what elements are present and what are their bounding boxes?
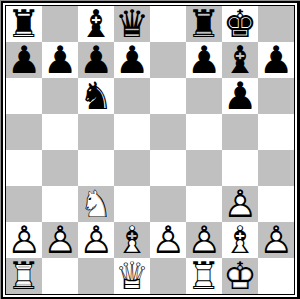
piece-white-pawn[interactable]: ♙	[186, 222, 222, 258]
square-a4[interactable]	[6, 150, 42, 186]
square-a8[interactable]: ♜	[6, 6, 42, 42]
square-f4[interactable]	[186, 150, 222, 186]
piece-black-queen[interactable]: ♛	[114, 6, 150, 42]
piece-white-bishop[interactable]: ♗	[222, 222, 258, 258]
square-h5[interactable]	[258, 114, 294, 150]
piece-white-pawn[interactable]: ♙	[78, 222, 114, 258]
square-e4[interactable]	[150, 150, 186, 186]
square-d5[interactable]	[114, 114, 150, 150]
square-e3[interactable]	[150, 186, 186, 222]
chess-board: ♜♝♛♜♚♟♟♟♟♟♝♟♞♟♞♘♟♙♟♙♟♙♟♙♝♗♟♙♟♙♝♗♟♙♜♖♛♕♜♖…	[6, 6, 294, 294]
piece-black-bishop[interactable]: ♝	[222, 42, 258, 78]
square-g7[interactable]: ♝	[222, 42, 258, 78]
square-c2[interactable]: ♟♙	[78, 222, 114, 258]
square-f2[interactable]: ♟♙	[186, 222, 222, 258]
piece-black-pawn[interactable]: ♟	[258, 42, 294, 78]
square-a1[interactable]: ♜♖	[6, 258, 42, 294]
piece-white-pawn[interactable]: ♙	[258, 222, 294, 258]
square-h1[interactable]	[258, 258, 294, 294]
piece-black-bishop[interactable]: ♝	[78, 6, 114, 42]
piece-white-pawn[interactable]: ♙	[150, 222, 186, 258]
square-f5[interactable]	[186, 114, 222, 150]
square-h3[interactable]	[258, 186, 294, 222]
board-inner-border: ♜♝♛♜♚♟♟♟♟♟♝♟♞♟♞♘♟♙♟♙♟♙♟♙♝♗♟♙♟♙♝♗♟♙♜♖♛♕♜♖…	[5, 5, 295, 295]
square-a2[interactable]: ♟♙	[6, 222, 42, 258]
square-b4[interactable]	[42, 150, 78, 186]
square-h4[interactable]	[258, 150, 294, 186]
square-g5[interactable]	[222, 114, 258, 150]
square-h2[interactable]: ♟♙	[258, 222, 294, 258]
square-e8[interactable]	[150, 6, 186, 42]
square-a6[interactable]	[6, 78, 42, 114]
square-c5[interactable]	[78, 114, 114, 150]
square-d1[interactable]: ♛♕	[114, 258, 150, 294]
piece-white-rook[interactable]: ♖	[6, 258, 42, 294]
piece-black-rook[interactable]: ♜	[186, 6, 222, 42]
board-frame: ♜♝♛♜♚♟♟♟♟♟♝♟♞♟♞♘♟♙♟♙♟♙♟♙♝♗♟♙♟♙♝♗♟♙♜♖♛♕♜♖…	[1, 1, 300, 299]
square-d2[interactable]: ♝♗	[114, 222, 150, 258]
piece-white-king[interactable]: ♔	[222, 258, 258, 294]
square-a5[interactable]	[6, 114, 42, 150]
square-c6[interactable]: ♞	[78, 78, 114, 114]
square-h8[interactable]	[258, 6, 294, 42]
square-d4[interactable]	[114, 150, 150, 186]
square-b3[interactable]	[42, 186, 78, 222]
square-d7[interactable]: ♟	[114, 42, 150, 78]
square-b1[interactable]	[42, 258, 78, 294]
square-a3[interactable]	[6, 186, 42, 222]
square-e7[interactable]	[150, 42, 186, 78]
square-g8[interactable]: ♚	[222, 6, 258, 42]
square-g2[interactable]: ♝♗	[222, 222, 258, 258]
piece-white-knight[interactable]: ♘	[78, 186, 114, 222]
square-f3[interactable]	[186, 186, 222, 222]
square-g4[interactable]	[222, 150, 258, 186]
piece-black-pawn[interactable]: ♟	[6, 42, 42, 78]
piece-black-king[interactable]: ♚	[222, 6, 258, 42]
square-e1[interactable]	[150, 258, 186, 294]
square-e2[interactable]: ♟♙	[150, 222, 186, 258]
piece-white-queen[interactable]: ♕	[114, 258, 150, 294]
piece-black-pawn[interactable]: ♟	[42, 42, 78, 78]
square-b7[interactable]: ♟	[42, 42, 78, 78]
square-g1[interactable]: ♚♔	[222, 258, 258, 294]
piece-white-rook[interactable]: ♖	[186, 258, 222, 294]
piece-black-rook[interactable]: ♜	[6, 6, 42, 42]
piece-white-pawn[interactable]: ♙	[42, 222, 78, 258]
square-h6[interactable]	[258, 78, 294, 114]
square-f7[interactable]: ♟	[186, 42, 222, 78]
square-b2[interactable]: ♟♙	[42, 222, 78, 258]
square-f1[interactable]: ♜♖	[186, 258, 222, 294]
square-b5[interactable]	[42, 114, 78, 150]
square-e5[interactable]	[150, 114, 186, 150]
square-f6[interactable]	[186, 78, 222, 114]
chess-diagram: ♜♝♛♜♚♟♟♟♟♟♝♟♞♟♞♘♟♙♟♙♟♙♟♙♝♗♟♙♟♙♝♗♟♙♜♖♛♕♜♖…	[0, 0, 300, 299]
piece-white-pawn[interactable]: ♙	[6, 222, 42, 258]
square-d8[interactable]: ♛	[114, 6, 150, 42]
square-b8[interactable]	[42, 6, 78, 42]
square-d6[interactable]	[114, 78, 150, 114]
piece-black-pawn[interactable]: ♟	[78, 42, 114, 78]
piece-white-pawn[interactable]: ♙	[222, 186, 258, 222]
piece-black-pawn[interactable]: ♟	[114, 42, 150, 78]
square-c4[interactable]	[78, 150, 114, 186]
square-c3[interactable]: ♞♘	[78, 186, 114, 222]
piece-black-pawn[interactable]: ♟	[186, 42, 222, 78]
square-h7[interactable]: ♟	[258, 42, 294, 78]
piece-black-knight[interactable]: ♞	[78, 78, 114, 114]
square-c7[interactable]: ♟	[78, 42, 114, 78]
square-a7[interactable]: ♟	[6, 42, 42, 78]
square-b6[interactable]	[42, 78, 78, 114]
square-f8[interactable]: ♜	[186, 6, 222, 42]
piece-white-bishop[interactable]: ♗	[114, 222, 150, 258]
square-g6[interactable]: ♟	[222, 78, 258, 114]
piece-black-pawn[interactable]: ♟	[222, 78, 258, 114]
square-c8[interactable]: ♝	[78, 6, 114, 42]
square-c1[interactable]	[78, 258, 114, 294]
square-g3[interactable]: ♟♙	[222, 186, 258, 222]
square-e6[interactable]	[150, 78, 186, 114]
square-d3[interactable]	[114, 186, 150, 222]
